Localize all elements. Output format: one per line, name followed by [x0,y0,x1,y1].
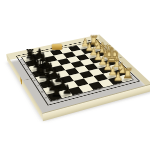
coord-label: 6 [78,94,81,96]
product-photo-chess-set: 87654321 87654321 abcdefgh abcdefgh ♜♟♟♜… [0,0,150,150]
brass-clasp [52,44,62,49]
square-e3 [84,64,98,71]
piece-white-rook: ♜ [122,67,133,81]
piece-black-rook: ♜ [50,84,62,99]
chess-board: 87654321 87654321 abcdefgh abcdefgh ♜♟♟♜… [6,35,150,113]
piece-white-pawn: ♟ [113,71,123,83]
board-surface: 87654321 87654321 abcdefgh abcdefgh ♜♟♟♜… [6,35,150,113]
coord-label: b [23,64,26,66]
piece-black-pawn: ♟ [62,84,72,96]
